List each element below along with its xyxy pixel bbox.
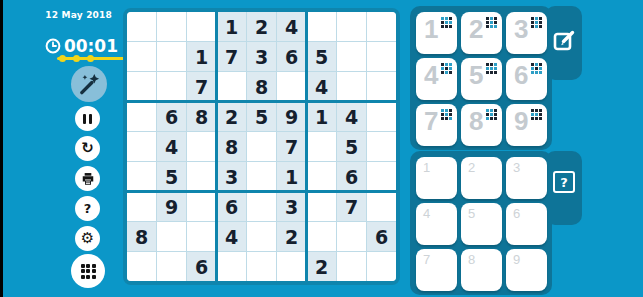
print-button[interactable] (75, 166, 100, 191)
hint-key-label: 7 (423, 252, 430, 267)
sudoku-cell[interactable]: 2 (247, 12, 276, 41)
menu-button[interactable] (71, 254, 105, 288)
sudoku-cell[interactable] (247, 252, 276, 281)
entry-key-9[interactable]: 9 (506, 104, 547, 146)
sudoku-cell[interactable]: 1 (217, 12, 246, 41)
sudoku-cell[interactable] (217, 72, 246, 101)
entry-key-6[interactable]: 6 (506, 58, 547, 100)
hint-key-label: 5 (468, 206, 475, 221)
sudoku-cell[interactable] (127, 102, 156, 131)
sudoku-cell[interactable]: 9 (157, 192, 186, 221)
sudoku-cell[interactable] (127, 132, 156, 161)
sudoku-cell[interactable] (127, 192, 156, 221)
sudoku-cell[interactable] (367, 192, 396, 221)
hint-key-label: 9 (513, 252, 520, 267)
sudoku-cell[interactable]: 3 (217, 162, 246, 191)
entry-key-8[interactable]: 8 (461, 104, 502, 146)
mini-grid-icon (531, 17, 542, 28)
mini-grid-icon (441, 109, 452, 120)
entry-key-label: 6 (514, 60, 528, 91)
sudoku-cell[interactable] (307, 162, 336, 191)
clock-icon (45, 38, 61, 54)
sudoku-cell[interactable]: 8 (247, 72, 276, 101)
entry-key-label: 9 (514, 106, 528, 137)
hint-key-label: 1 (423, 160, 430, 175)
sudoku-cell[interactable]: 7 (187, 72, 216, 101)
sudoku-cell[interactable]: 7 (217, 42, 246, 71)
printer-icon (81, 172, 95, 186)
sudoku-cell[interactable]: 5 (157, 162, 186, 191)
sudoku-cell[interactable] (337, 42, 366, 71)
sudoku-cell[interactable]: 6 (367, 222, 396, 251)
hint-key-9[interactable]: 9 (506, 249, 547, 291)
sudoku-cell[interactable] (307, 132, 336, 161)
sudoku-cell[interactable]: 2 (217, 102, 246, 131)
sudoku-cell[interactable]: 5 (307, 42, 336, 71)
sudoku-cell[interactable]: 4 (307, 72, 336, 101)
grid-menu-icon (81, 264, 96, 279)
magic-wand-icon (78, 73, 101, 96)
entry-key-label: 1 (424, 14, 438, 45)
box-divider-vertical (215, 12, 218, 281)
entry-key-label: 3 (514, 14, 528, 45)
pause-button[interactable] (75, 106, 100, 131)
sudoku-cell[interactable] (367, 72, 396, 101)
timer-value: 00:01 (64, 36, 118, 56)
sudoku-cell[interactable] (367, 12, 396, 41)
mini-grid-icon (486, 63, 497, 74)
hint-key-1[interactable]: 1 (416, 157, 457, 199)
entry-keypad: 123456789 (416, 12, 547, 146)
entry-key-label: 8 (469, 106, 483, 137)
hint-key-6[interactable]: 6 (506, 203, 547, 245)
hint-keypad: 123456789 (416, 157, 547, 291)
sudoku-cell[interactable]: 6 (217, 192, 246, 221)
hint-key-label: 4 (423, 206, 430, 221)
entry-key-7[interactable]: 7 (416, 104, 457, 146)
sudoku-cell[interactable]: 7 (277, 132, 306, 161)
pause-icon (83, 114, 93, 124)
sudoku-cell[interactable] (127, 72, 156, 101)
sudoku-cell[interactable] (217, 252, 246, 281)
difficulty-progress-bar (57, 57, 125, 60)
sudoku-cell[interactable] (337, 222, 366, 251)
hint-key-3[interactable]: 3 (506, 157, 547, 199)
sudoku-cell[interactable] (367, 252, 396, 281)
sudoku-cell[interactable]: 5 (337, 132, 366, 161)
sudoku-cell[interactable]: 6 (337, 162, 366, 191)
mini-grid-icon (441, 63, 452, 74)
magic-wand-button[interactable] (71, 66, 107, 102)
app-window: 12 May 2018 00:01 ↻ ? (0, 0, 643, 297)
sudoku-cell[interactable]: 1 (277, 162, 306, 191)
sudoku-cell[interactable] (157, 222, 186, 251)
question-icon: ? (84, 201, 92, 216)
sudoku-cell[interactable] (277, 72, 306, 101)
sudoku-cell[interactable]: 9 (277, 102, 306, 131)
sudoku-cell[interactable]: 6 (277, 42, 306, 71)
sudoku-cell[interactable]: 7 (337, 192, 366, 221)
hint-key-label: 2 (468, 160, 475, 175)
sudoku-cell[interactable]: 1 (187, 42, 216, 71)
mini-grid-icon (531, 63, 542, 74)
sudoku-cell[interactable] (337, 252, 366, 281)
timer: 00:01 (0, 36, 118, 56)
sudoku-cell[interactable] (187, 12, 216, 41)
box-divider-vertical (305, 12, 308, 281)
sudoku-cell[interactable]: 6 (187, 252, 216, 281)
entry-key-label: 7 (424, 106, 438, 137)
hint-key-label: 8 (468, 252, 475, 267)
pencil-edit-icon[interactable] (551, 28, 577, 54)
sudoku-cell[interactable] (157, 12, 186, 41)
sudoku-cell[interactable] (247, 222, 276, 251)
entry-key-label: 5 (469, 60, 483, 91)
restart-button[interactable]: ↻ (75, 136, 100, 161)
sudoku-cell[interactable] (127, 252, 156, 281)
mini-grid-icon (441, 17, 452, 28)
sudoku-cell[interactable] (157, 252, 186, 281)
progress-dot (59, 55, 66, 62)
hint-question-icon[interactable]: ? (552, 170, 576, 194)
sudoku-cell[interactable] (337, 12, 366, 41)
entry-key-4[interactable]: 4 (416, 58, 457, 100)
hint-key-8[interactable]: 8 (461, 249, 502, 291)
sudoku-cell[interactable] (247, 132, 276, 161)
sudoku-cell[interactable] (367, 42, 396, 71)
entry-key-5[interactable]: 5 (461, 58, 502, 100)
sudoku-cell[interactable] (307, 222, 336, 251)
mini-grid-icon (531, 109, 542, 120)
sudoku-cell[interactable] (187, 162, 216, 191)
sudoku-board-cells: 124173657846825914487553169637842662 (127, 12, 396, 281)
entry-key-1[interactable]: 1 (416, 12, 457, 54)
sudoku-cell[interactable] (127, 162, 156, 191)
puzzle-date: 12 May 2018 (0, 10, 112, 20)
hint-key-2[interactable]: 2 (461, 157, 502, 199)
mini-grid-icon (486, 109, 497, 120)
entry-key-label: 2 (469, 14, 483, 45)
settings-button[interactable]: ⚙ (75, 226, 100, 251)
sudoku-cell[interactable]: 4 (277, 12, 306, 41)
sudoku-cell[interactable]: 3 (277, 192, 306, 221)
sudoku-cell[interactable]: 2 (277, 222, 306, 251)
entry-key-2[interactable]: 2 (461, 12, 502, 54)
sudoku-cell[interactable] (367, 102, 396, 131)
sudoku-cell[interactable]: 3 (247, 42, 276, 71)
sudoku-cell[interactable] (127, 42, 156, 71)
sudoku-cell[interactable]: 4 (217, 222, 246, 251)
progress-dot (87, 55, 94, 62)
entry-key-label: 4 (424, 60, 438, 91)
mini-grid-icon (486, 17, 497, 28)
sudoku-cell[interactable]: 8 (187, 102, 216, 131)
sudoku-cell[interactable]: 8 (127, 222, 156, 251)
sudoku-cell[interactable] (187, 132, 216, 161)
help-button[interactable]: ? (75, 196, 100, 221)
sudoku-cell[interactable] (187, 192, 216, 221)
sudoku-board: 124173657846825914487553169637842662 (123, 8, 400, 285)
sudoku-cell[interactable] (127, 12, 156, 41)
sudoku-cell[interactable] (157, 72, 186, 101)
sudoku-cell[interactable]: 4 (337, 102, 366, 131)
sudoku-cell[interactable]: 5 (247, 102, 276, 131)
progress-dot (73, 55, 80, 62)
sudoku-cell[interactable] (277, 252, 306, 281)
hint-key-4[interactable]: 4 (416, 203, 457, 245)
sudoku-cell[interactable] (307, 192, 336, 221)
sudoku-cell[interactable]: 1 (307, 102, 336, 131)
sudoku-cell[interactable]: 8 (217, 132, 246, 161)
box-divider-horizontal (127, 190, 396, 193)
box-divider-horizontal (127, 100, 396, 103)
hint-key-7[interactable]: 7 (416, 249, 457, 291)
sudoku-cell[interactable]: 6 (157, 102, 186, 131)
sudoku-cell[interactable]: 2 (307, 252, 336, 281)
sudoku-cell[interactable] (247, 162, 276, 191)
sudoku-cell[interactable] (187, 222, 216, 251)
restart-icon: ↻ (81, 141, 94, 156)
hint-key-label: 6 (513, 206, 520, 221)
hint-key-label: 3 (513, 160, 520, 175)
entry-key-3[interactable]: 3 (506, 12, 547, 54)
sudoku-cell[interactable] (367, 132, 396, 161)
hint-key-5[interactable]: 5 (461, 203, 502, 245)
gear-icon: ⚙ (81, 231, 94, 246)
sudoku-cell[interactable] (337, 72, 366, 101)
sudoku-cell[interactable] (367, 162, 396, 191)
sudoku-cell[interactable]: 4 (157, 132, 186, 161)
sudoku-cell[interactable] (157, 42, 186, 71)
sudoku-cell[interactable] (307, 12, 336, 41)
sudoku-cell[interactable] (247, 192, 276, 221)
